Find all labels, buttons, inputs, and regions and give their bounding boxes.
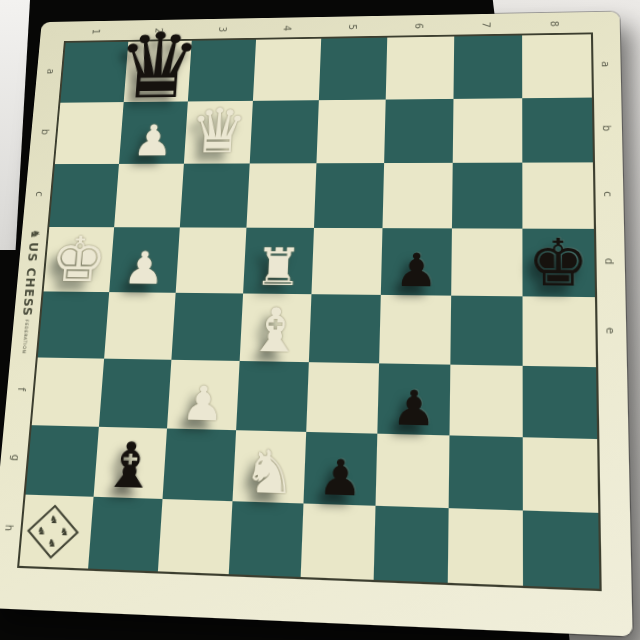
square-f6: ♟ <box>377 363 450 435</box>
rank-label-7: 7 <box>481 21 491 27</box>
square-h7 <box>448 508 523 586</box>
square-e1 <box>38 291 109 358</box>
file-label-left-b: b <box>40 129 50 135</box>
square-b3: ♛ <box>184 101 253 164</box>
rank-label-2: 2 <box>154 27 164 33</box>
square-g6 <box>376 434 450 508</box>
square-c7 <box>452 163 522 229</box>
square-a6 <box>386 37 455 100</box>
file-label-left-f: f <box>16 387 26 391</box>
square-d1: ♚ <box>44 227 115 292</box>
rank-label-1: 1 <box>91 28 101 34</box>
square-g4: ♞ <box>232 430 306 503</box>
square-b7 <box>453 98 523 163</box>
white-pawn: ♟ <box>122 248 166 291</box>
square-d5 <box>311 228 382 295</box>
square-a4 <box>253 39 321 101</box>
black-pawn: ♟ <box>394 249 438 293</box>
square-e5 <box>309 294 381 363</box>
square-b1 <box>55 102 124 164</box>
square-e8 <box>523 296 596 367</box>
rank-label-6: 6 <box>414 23 424 29</box>
square-f8 <box>523 366 597 439</box>
white-knight: ♞ <box>241 443 296 501</box>
square-a8 <box>522 34 592 98</box>
square-c6 <box>382 163 452 229</box>
emblem-knight-icon: ♞ <box>43 538 60 549</box>
square-c1 <box>49 164 119 227</box>
square-d8: ♚ <box>522 229 595 297</box>
black-pawn: ♟ <box>317 455 363 503</box>
square-f7 <box>450 365 523 438</box>
white-queen: ♛ <box>188 103 249 162</box>
square-g5: ♟ <box>303 432 377 506</box>
emblem-knight-icon: ♞ <box>33 526 50 537</box>
rank-label-4: 4 <box>282 25 292 31</box>
file-label-left-a: a <box>45 68 55 74</box>
square-a1 <box>60 42 128 103</box>
square-e7 <box>450 296 522 366</box>
square-a5 <box>319 38 387 101</box>
square-c5 <box>314 163 384 228</box>
square-d2: ♟ <box>109 227 180 293</box>
black-pawn: ♟ <box>391 386 436 433</box>
square-c8 <box>522 162 594 228</box>
square-a2: ♛ <box>124 41 192 102</box>
white-king: ♚ <box>48 231 109 290</box>
white-pawn: ♟ <box>180 382 225 428</box>
square-g8 <box>523 437 598 513</box>
white-pawn: ♟ <box>132 121 175 162</box>
square-f1 <box>32 357 104 426</box>
square-e2 <box>104 292 176 360</box>
square-b5 <box>316 100 385 164</box>
square-h4 <box>229 501 304 577</box>
square-c3 <box>180 163 250 227</box>
board-grid: ♛♟♛♚♟♜♟♚♝♟♟♝♞♟ <box>17 32 602 591</box>
square-g3 <box>163 428 237 501</box>
file-label-right-e: e <box>604 327 615 334</box>
square-h2 <box>88 497 162 572</box>
square-h5 <box>301 503 376 579</box>
square-b4 <box>250 100 319 163</box>
white-rook: ♜ <box>254 243 304 292</box>
square-d7 <box>451 228 522 296</box>
square-f4 <box>236 361 309 432</box>
file-label-left-g: g <box>10 454 21 461</box>
us-chess-logo-subtext: FEDERATION <box>21 319 29 353</box>
square-b8 <box>522 98 593 163</box>
square-d4: ♜ <box>243 228 314 295</box>
square-b2: ♟ <box>119 101 188 163</box>
rank-label-8: 8 <box>549 20 559 26</box>
square-c4 <box>246 163 316 228</box>
rank-label-5: 5 <box>348 24 358 30</box>
black-king: ♚ <box>528 233 590 295</box>
square-a7 <box>453 35 522 98</box>
square-e6 <box>379 295 451 365</box>
chessboard: 12345678 abcfgh abcde ♞ US CHESS FEDERAT… <box>0 12 633 637</box>
square-h8 <box>523 510 600 588</box>
square-h3 <box>158 499 233 574</box>
square-f5 <box>306 362 379 433</box>
square-c2 <box>114 164 184 228</box>
square-f3: ♟ <box>167 360 240 430</box>
square-a3 <box>188 40 256 102</box>
square-g7 <box>449 435 523 510</box>
file-label-left-h: h <box>3 524 14 531</box>
square-d6: ♟ <box>381 228 452 295</box>
board-margin: 12345678 abcfgh abcde ♞ US CHESS FEDERAT… <box>0 12 633 637</box>
square-g1 <box>26 425 99 497</box>
square-e4: ♝ <box>240 293 312 362</box>
square-h6 <box>374 506 449 583</box>
file-label-right-d: d <box>603 258 614 265</box>
emblem-knight-icon: ♞ <box>56 526 73 537</box>
white-bishop: ♝ <box>247 302 305 360</box>
rank-label-3: 3 <box>218 26 228 32</box>
emblem-knight-icon: ♞ <box>45 514 62 525</box>
us-chess-logo-text: US CHESS <box>20 242 41 317</box>
file-label-right-b: b <box>601 125 612 131</box>
square-b6 <box>384 99 453 163</box>
square-f2 <box>99 359 171 429</box>
black-bishop: ♝ <box>100 435 159 496</box>
square-d3 <box>176 227 247 293</box>
file-label-right-c: c <box>602 191 613 196</box>
square-g2: ♝ <box>94 427 167 499</box>
file-label-right-a: a <box>600 61 611 67</box>
square-e3 <box>171 293 243 361</box>
knight-icon: ♞ <box>28 229 42 239</box>
file-label-left-c: c <box>34 191 44 196</box>
board-photo-scene: 12345678 abcfgh abcde ♞ US CHESS FEDERAT… <box>0 0 640 640</box>
